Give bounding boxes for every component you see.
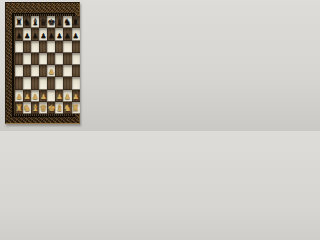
square-b4[interactable]: [23, 65, 31, 77]
square-b6[interactable]: [23, 41, 31, 53]
square-f6[interactable]: [55, 41, 63, 53]
square-d2[interactable]: ♟: [39, 90, 47, 102]
piece-wP-b2[interactable]: ♟: [24, 93, 30, 101]
piece-wR-a1[interactable]: ♜: [15, 103, 23, 113]
square-b3[interactable]: [23, 77, 31, 89]
square-a6[interactable]: [15, 41, 23, 53]
square-f3[interactable]: [55, 77, 63, 89]
square-e4[interactable]: ♟: [47, 65, 55, 77]
square-d4[interactable]: [39, 65, 47, 77]
piece-wP-e4[interactable]: ♟: [48, 68, 54, 76]
piece-bP-g7[interactable]: ♟: [64, 32, 70, 40]
square-h8[interactable]: ♜: [72, 16, 80, 28]
square-g3[interactable]: [63, 77, 71, 89]
square-h6[interactable]: [72, 41, 80, 53]
piece-wP-h2[interactable]: ♟: [72, 93, 78, 101]
piece-bP-c7[interactable]: ♟: [32, 32, 38, 40]
square-g7[interactable]: ♟: [63, 28, 71, 40]
square-g6[interactable]: [63, 41, 71, 53]
square-h3[interactable]: [72, 77, 80, 89]
piece-bP-a7[interactable]: ♟: [16, 32, 22, 40]
piece-wN-b1[interactable]: ♞: [23, 103, 31, 113]
square-b8[interactable]: ♞: [23, 16, 31, 28]
square-h5[interactable]: [72, 53, 80, 65]
square-a4[interactable]: [15, 65, 23, 77]
square-c7[interactable]: ♟: [31, 28, 39, 40]
square-g5[interactable]: [63, 53, 71, 65]
square-g4[interactable]: [63, 65, 71, 77]
square-a1[interactable]: ♜: [15, 102, 23, 114]
picture-frame: ♜♞♝♛♚♝♞♜♟♟♟♟♟♟♟♟♟♟♟♟♟♟♟♟♜♞♝♛♚♝♞♜: [5, 2, 80, 124]
beaded-trim: ♜♞♝♛♚♝♞♜♟♟♟♟♟♟♟♟♟♟♟♟♟♟♟♟♜♞♝♛♚♝♞♜: [12, 13, 75, 117]
piece-wP-d2[interactable]: ♟: [40, 93, 46, 101]
square-a2[interactable]: ♟: [15, 90, 23, 102]
square-c5[interactable]: [31, 53, 39, 65]
square-d5[interactable]: [39, 53, 47, 65]
square-d7[interactable]: ♟: [39, 28, 47, 40]
square-a3[interactable]: [15, 77, 23, 89]
piece-wP-c2[interactable]: ♟: [32, 93, 38, 101]
square-h2[interactable]: ♟: [72, 90, 80, 102]
square-g1[interactable]: ♞: [63, 102, 71, 114]
piece-bN-b8[interactable]: ♞: [23, 17, 31, 27]
piece-bP-f7[interactable]: ♟: [56, 32, 62, 40]
square-c3[interactable]: [31, 77, 39, 89]
square-d6[interactable]: [39, 41, 47, 53]
square-a5[interactable]: [15, 53, 23, 65]
piece-bN-g8[interactable]: ♞: [63, 17, 71, 27]
square-h1[interactable]: ♜: [72, 102, 80, 114]
square-f7[interactable]: ♟: [55, 28, 63, 40]
square-a8[interactable]: ♜: [15, 16, 23, 28]
square-a7[interactable]: ♟: [15, 28, 23, 40]
square-c2[interactable]: ♟: [31, 90, 39, 102]
piece-bP-e7[interactable]: ♟: [48, 32, 54, 40]
piece-bP-h7[interactable]: ♟: [72, 32, 78, 40]
piece-bR-h8[interactable]: ♜: [72, 17, 80, 27]
square-h4[interactable]: [72, 65, 80, 77]
square-g8[interactable]: ♞: [63, 16, 71, 28]
square-b5[interactable]: [23, 53, 31, 65]
square-f2[interactable]: ♟: [55, 90, 63, 102]
square-e3[interactable]: [47, 77, 55, 89]
piece-wP-f2[interactable]: ♟: [56, 93, 62, 101]
square-b7[interactable]: ♟: [23, 28, 31, 40]
square-b2[interactable]: ♟: [23, 90, 31, 102]
piece-wP-a2[interactable]: ♟: [16, 93, 22, 101]
piece-bP-d7[interactable]: ♟: [40, 32, 46, 40]
piece-wN-g1[interactable]: ♞: [63, 103, 71, 113]
square-d3[interactable]: [39, 77, 47, 89]
square-b1[interactable]: ♞: [23, 102, 31, 114]
piece-bP-b7[interactable]: ♟: [24, 32, 30, 40]
square-e2[interactable]: [47, 90, 55, 102]
square-c4[interactable]: [31, 65, 39, 77]
piece-bR-a8[interactable]: ♜: [15, 17, 23, 27]
square-h7[interactable]: ♟: [72, 28, 80, 40]
square-g2[interactable]: ♟: [63, 90, 71, 102]
square-e7[interactable]: ♟: [47, 28, 55, 40]
square-c6[interactable]: [31, 41, 39, 53]
square-e6[interactable]: [47, 41, 55, 53]
square-f4[interactable]: [55, 65, 63, 77]
square-f5[interactable]: [55, 53, 63, 65]
square-e5[interactable]: [47, 53, 55, 65]
piece-wR-h1[interactable]: ♜: [72, 103, 80, 113]
piece-wP-g2[interactable]: ♟: [64, 93, 70, 101]
chess-board: ♜♞♝♛♚♝♞♜♟♟♟♟♟♟♟♟♟♟♟♟♟♟♟♟♜♞♝♛♚♝♞♜: [15, 16, 72, 114]
